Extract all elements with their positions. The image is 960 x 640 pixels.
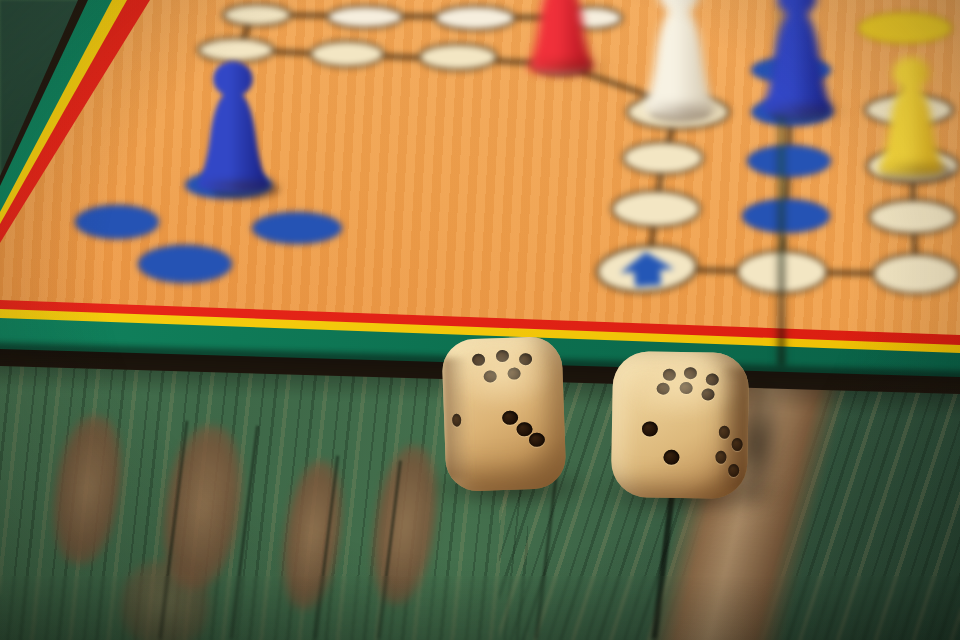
pip-top	[495, 350, 508, 362]
pip-top	[471, 354, 484, 366]
die-right[interactable]	[612, 352, 748, 498]
pawn-yellow[interactable]	[871, 52, 951, 178]
pawn-shadow	[640, 103, 735, 119]
die-left[interactable]	[444, 338, 564, 490]
pip-top	[656, 383, 669, 395]
pip-side	[715, 450, 726, 463]
pip-side	[728, 463, 739, 476]
pawn-shape	[635, 0, 723, 119]
pawn-blue-home[interactable]	[190, 56, 276, 194]
pawn-white[interactable]	[635, 0, 723, 119]
pip-top	[679, 382, 692, 394]
foreground-defocus	[0, 576, 960, 640]
pawn-shadow	[759, 103, 852, 119]
pip-front	[502, 411, 518, 426]
pip-top	[705, 373, 718, 385]
pip-front	[529, 433, 545, 448]
die-face	[611, 351, 750, 499]
photo-scene	[0, 0, 960, 640]
pawn-blue-finish[interactable]	[754, 0, 840, 119]
pip-side	[451, 413, 460, 426]
pip-top	[483, 370, 496, 382]
pawn-shape	[871, 52, 951, 178]
pawn-shadow	[195, 178, 288, 194]
pip-side	[731, 437, 742, 450]
pawn-contact-shadows	[212, 60, 953, 200]
pip-side	[718, 425, 729, 438]
pip-top	[683, 367, 696, 379]
pawn-shadow	[876, 162, 960, 178]
yellow-field	[858, 12, 952, 44]
pawn-shape	[190, 56, 276, 194]
pip-top	[662, 369, 675, 381]
pip-front	[642, 421, 658, 436]
pip-top	[507, 367, 520, 379]
pawn-shadow	[526, 60, 612, 76]
pawn-red[interactable]	[521, 0, 601, 76]
pip-top	[701, 388, 714, 400]
die-face	[441, 336, 566, 492]
pip-front	[663, 449, 679, 464]
start-arrow-field	[596, 243, 699, 296]
pawn-shape	[754, 0, 840, 119]
pip-top	[518, 353, 531, 365]
